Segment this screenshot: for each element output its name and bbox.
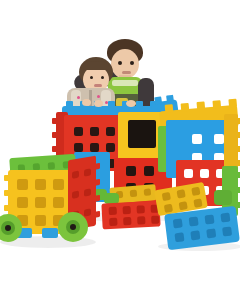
- wall-red-panel-upper-left-hole: [74, 143, 83, 152]
- wagon-yellow-front-hole: [17, 197, 28, 208]
- wall-yellow-right-strip-tooth: [236, 132, 240, 138]
- wall-red-panel-lower-center-hole: [126, 166, 136, 176]
- wall-yellow-right-strip-tooth: [236, 146, 240, 152]
- wall-green-right-strip-tooth: [236, 172, 240, 178]
- floor-blue-waffle-front-hole: [190, 230, 200, 240]
- floor-green-knob-right: [214, 190, 232, 205]
- floor-blue-waffle-front-hole: [222, 226, 232, 236]
- wagon-blue-base: [42, 228, 58, 238]
- girl-mouth: [94, 84, 102, 87]
- wall-red-panel-upper-left-hole: [90, 127, 99, 136]
- wagon-yellow-front-hole: [35, 197, 46, 208]
- wagon-red-side-hole: [84, 168, 91, 176]
- wagon-yellow-front-hole: [53, 179, 64, 190]
- boy-eye-left: [118, 61, 122, 65]
- wall-red-left-edge-tooth: [52, 146, 58, 152]
- girl-jacket-dot: [97, 95, 100, 98]
- wall-top-rail-blue-tooth: [136, 101, 143, 108]
- floor-red-waffle-front-hole: [137, 205, 145, 213]
- wall-red-panel-lower-center-hole: [144, 166, 154, 176]
- wagon-yellow-front-hole: [17, 179, 28, 190]
- wall-top-rail-blue-tooth: [66, 101, 73, 108]
- wall-red-panel-right-hole: [200, 169, 209, 178]
- wagon-yellow-front-hole: [35, 179, 46, 190]
- girl-jacket-dot: [77, 96, 80, 99]
- wagon-yellow-front-hole: [53, 197, 64, 208]
- floor-red-waffle-front-hole: [137, 216, 145, 224]
- boy-vest-band: [112, 80, 138, 86]
- boy-eye-right: [130, 61, 134, 65]
- wall-yellow-top-bar-right-tooth: [212, 100, 221, 109]
- wagon-red-side-tooth: [94, 163, 100, 170]
- wall-red-left-edge-tooth: [52, 132, 58, 138]
- wagon-wheel-right-hub: [70, 224, 76, 230]
- wall-yellow-right-strip-tooth: [236, 118, 240, 124]
- wall-yellow-right-strip: [224, 114, 238, 174]
- wall-yellow-top-bar-right-tooth: [165, 104, 174, 113]
- wagon-yellow-front-tooth: [4, 190, 10, 196]
- wall-red-left-edge-tooth: [52, 118, 58, 124]
- floor-blue-waffle-front-hole: [206, 228, 216, 238]
- wagon-red-side-hole: [84, 188, 91, 196]
- floor-blue-waffle-front-hole: [220, 213, 230, 223]
- floor-red-waffle-front-hole: [109, 207, 117, 215]
- floor-blue-waffle-front-hole: [189, 216, 199, 226]
- wall-yellow-top-bar-right-tooth: [197, 101, 206, 110]
- wall-green-right-strip-tooth: [236, 187, 240, 193]
- wall-yellow-panel-window-hole: [128, 120, 156, 148]
- wall-yellow-top-bar-right-tooth: [228, 99, 237, 108]
- wall-red-panel-upper-left-hole: [106, 143, 115, 152]
- floor-yellow-waffle-center-hole: [130, 190, 138, 198]
- wagon-red-side-tooth: [94, 179, 100, 186]
- wall-yellow-top-bar-right-tooth: [181, 103, 190, 112]
- floor-yellow-waffle-right-hole: [176, 189, 185, 198]
- wall-red-panel-upper-left-hole: [90, 143, 99, 152]
- floor-yellow-waffle-right-hole: [193, 198, 202, 207]
- wall-red-panel-upper-left-hole: [74, 127, 83, 136]
- girl-eye-left: [90, 76, 93, 79]
- wagon-red-side-hole: [72, 171, 79, 179]
- floor-red-waffle-front: [101, 201, 160, 230]
- floor-red-waffle-front-hole: [151, 216, 159, 224]
- wagon-red-side-hole: [84, 208, 91, 216]
- wagon-wheel-left-hub: [5, 225, 11, 231]
- floor-blue-waffle-front-hole: [205, 215, 215, 225]
- wagon-red-side-tooth: [94, 211, 100, 218]
- wall-blue-panel-right-hole: [214, 134, 224, 144]
- floor-yellow-waffle-center-hole: [144, 188, 152, 196]
- girl-fringe: [83, 61, 109, 70]
- wall-rail-blue-right-tooth: [166, 95, 174, 103]
- girl-hand-right: [94, 100, 103, 107]
- product-photo-waffle-blocks: [0, 0, 240, 290]
- wall-green-right-strip-tooth: [236, 202, 240, 208]
- boy-hand: [126, 100, 136, 107]
- girl-eye-right: [101, 76, 104, 79]
- floor-red-waffle-front-hole: [123, 217, 131, 225]
- floor-red-waffle-front-hole: [123, 206, 131, 214]
- girl-hand-left: [82, 99, 91, 106]
- wall-top-rail-blue-tooth: [108, 101, 115, 108]
- floor-red-waffle-front-hole: [109, 218, 117, 226]
- wall-rail-blue-right-tooth: [154, 96, 162, 104]
- wall-red-panel-upper-left-hole: [106, 127, 115, 136]
- wall-blue-panel-right-hole: [192, 134, 202, 144]
- floor-yellow-waffle-right-hole: [179, 201, 188, 210]
- wagon-red-side-hole: [72, 191, 79, 199]
- wagon-yellow-front-hole: [35, 215, 46, 226]
- floor-blue-waffle-front-hole: [173, 218, 183, 228]
- floor-yellow-waffle-right-hole: [164, 204, 173, 213]
- floor-yellow-waffle-right-hole: [162, 192, 171, 201]
- wall-red-panel-right-hole: [184, 169, 193, 178]
- wagon-red-side-tooth: [94, 195, 100, 202]
- wagon-green-top-hole: [48, 162, 55, 169]
- floor-yellow-waffle-right-hole: [191, 187, 200, 196]
- boy-mouth: [122, 71, 131, 74]
- wagon-yellow-front-tooth: [4, 205, 10, 211]
- floor-blue-waffle-front-hole: [174, 232, 184, 242]
- wagon-yellow-front-tooth: [4, 175, 10, 181]
